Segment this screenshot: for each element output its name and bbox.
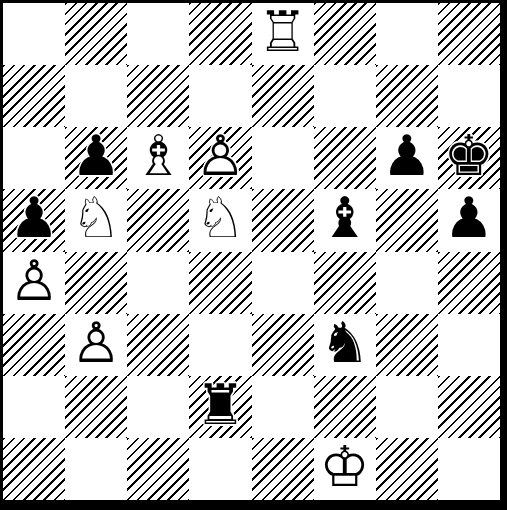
square-f1: ♚♔: [314, 438, 376, 500]
white-pawn-glyph: ♙: [189, 127, 251, 189]
square-h4: [438, 252, 500, 314]
square-e4: [252, 252, 314, 314]
black-bishop-glyph: ♝: [314, 189, 376, 251]
black-pawn-glyph: ♟: [376, 127, 438, 189]
square-h3: [438, 314, 500, 376]
black-bishop: ♝♝: [314, 189, 376, 251]
black-pawn: ♟♟: [376, 127, 438, 189]
square-g1: [376, 438, 438, 500]
black-pawn-glyph: ♟: [438, 189, 500, 251]
black-rook-glyph: ♜: [189, 376, 251, 438]
black-knight-glyph: ♞: [314, 314, 376, 376]
white-bishop-glyph: ♗: [127, 127, 189, 189]
square-h2: [438, 376, 500, 438]
square-h1: [438, 438, 500, 500]
square-h7: [438, 65, 500, 127]
square-a2: [3, 376, 65, 438]
white-knight-glyph: ♘: [65, 189, 127, 251]
white-pawn: ♟♙: [189, 127, 251, 189]
square-b6: ♟♟: [65, 127, 127, 189]
square-e7: [252, 65, 314, 127]
square-c7: [127, 65, 189, 127]
black-knight: ♞♞: [314, 314, 376, 376]
square-a1: [3, 438, 65, 500]
square-c5: [127, 189, 189, 251]
square-c1: [127, 438, 189, 500]
white-rook-glyph: ♖: [252, 3, 314, 65]
square-a6: [3, 127, 65, 189]
square-h8: [438, 3, 500, 65]
black-king-glyph: ♚: [438, 127, 500, 189]
white-pawn: ♟♙: [65, 314, 127, 376]
white-king-glyph: ♔: [314, 438, 376, 500]
square-c3: [127, 314, 189, 376]
white-rook: ♜♖: [252, 3, 314, 65]
square-e5: [252, 189, 314, 251]
square-g3: [376, 314, 438, 376]
square-e6: [252, 127, 314, 189]
square-f7: [314, 65, 376, 127]
square-b7: [65, 65, 127, 127]
square-f5: ♝♝: [314, 189, 376, 251]
square-c6: ♝♗: [127, 127, 189, 189]
square-d6: ♟♙: [189, 127, 251, 189]
square-b8: [65, 3, 127, 65]
square-f2: [314, 376, 376, 438]
white-pawn-glyph: ♙: [65, 314, 127, 376]
square-d5: ♞♘: [189, 189, 251, 251]
square-g7: [376, 65, 438, 127]
square-d8: [189, 3, 251, 65]
square-g8: [376, 3, 438, 65]
white-knight: ♞♘: [65, 189, 127, 251]
square-f6: [314, 127, 376, 189]
chess-board: ♜♖♟♟♝♗♟♙♟♟♚♚♟♟♞♘♞♘♝♝♟♟♟♙♟♙♞♞♜♜♚♔: [3, 3, 500, 500]
square-g5: [376, 189, 438, 251]
square-d3: [189, 314, 251, 376]
square-b2: [65, 376, 127, 438]
square-c8: [127, 3, 189, 65]
white-king: ♚♔: [314, 438, 376, 500]
white-knight-glyph: ♘: [189, 189, 251, 251]
square-f8: [314, 3, 376, 65]
black-pawn-glyph: ♟: [65, 127, 127, 189]
square-f3: ♞♞: [314, 314, 376, 376]
square-f4: [314, 252, 376, 314]
white-pawn-glyph: ♙: [3, 252, 65, 314]
white-knight: ♞♘: [189, 189, 251, 251]
black-pawn: ♟♟: [3, 189, 65, 251]
black-pawn-glyph: ♟: [3, 189, 65, 251]
square-g4: [376, 252, 438, 314]
white-pawn: ♟♙: [3, 252, 65, 314]
square-a4: ♟♙: [3, 252, 65, 314]
square-a7: [3, 65, 65, 127]
chess-diagram-frame: ♜♖♟♟♝♗♟♙♟♟♚♚♟♟♞♘♞♘♝♝♟♟♟♙♟♙♞♞♜♜♚♔: [0, 0, 507, 510]
square-a8: [3, 3, 65, 65]
square-d7: [189, 65, 251, 127]
square-h5: ♟♟: [438, 189, 500, 251]
square-g6: ♟♟: [376, 127, 438, 189]
square-b5: ♞♘: [65, 189, 127, 251]
square-g2: [376, 376, 438, 438]
square-d4: [189, 252, 251, 314]
square-e8: ♜♖: [252, 3, 314, 65]
black-rook: ♜♜: [189, 376, 251, 438]
square-a3: [3, 314, 65, 376]
square-e3: [252, 314, 314, 376]
square-b3: ♟♙: [65, 314, 127, 376]
black-pawn: ♟♟: [65, 127, 127, 189]
square-c4: [127, 252, 189, 314]
square-e2: [252, 376, 314, 438]
square-h6: ♚♚: [438, 127, 500, 189]
square-e1: [252, 438, 314, 500]
black-king: ♚♚: [438, 127, 500, 189]
square-d1: [189, 438, 251, 500]
square-d2: ♜♜: [189, 376, 251, 438]
white-bishop: ♝♗: [127, 127, 189, 189]
black-pawn: ♟♟: [438, 189, 500, 251]
square-c2: [127, 376, 189, 438]
square-b1: [65, 438, 127, 500]
square-b4: [65, 252, 127, 314]
square-a5: ♟♟: [3, 189, 65, 251]
